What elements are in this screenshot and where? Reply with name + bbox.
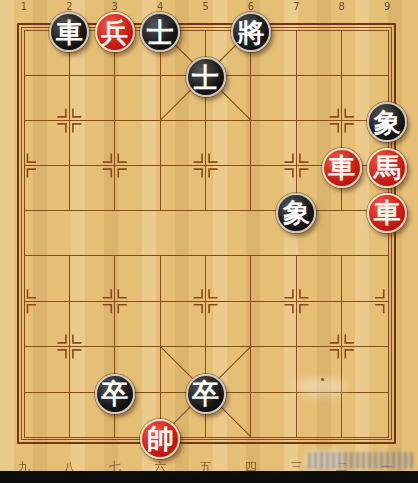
piece-red-chariot[interactable]: 車 [322, 148, 362, 188]
piece-black-elephant[interactable]: 象 [367, 102, 407, 142]
board-cell[interactable] [342, 347, 387, 392]
piece-black-advisor[interactable]: 士 [140, 12, 180, 52]
board-cell[interactable] [251, 121, 296, 166]
board-cell[interactable] [206, 166, 251, 211]
piece-black-elephant[interactable]: 象 [276, 193, 316, 233]
piece-black-general[interactable]: 將 [231, 12, 271, 52]
board-cell[interactable] [297, 393, 342, 437]
board-cell[interactable] [25, 166, 70, 211]
board-cell[interactable] [70, 256, 115, 301]
xiangqi-app: 123456789 九八七六五四三二一 車兵士將士象車馬象車卒卒帥 [0, 0, 418, 483]
board-cell[interactable] [342, 302, 387, 347]
board-cell[interactable] [161, 302, 206, 347]
smudge-dot [321, 378, 324, 381]
file-label-top-5: 5 [195, 1, 217, 12]
board-cell[interactable] [206, 121, 251, 166]
piece-black-soldier[interactable]: 卒 [95, 374, 135, 414]
board-cell[interactable] [342, 31, 387, 76]
board-cell[interactable] [115, 166, 160, 211]
board-cell[interactable] [161, 121, 206, 166]
board-cell[interactable] [251, 393, 296, 437]
board-cell[interactable] [25, 347, 70, 392]
river [25, 211, 388, 256]
board-cell[interactable] [25, 393, 70, 437]
bottom-black-bar [0, 471, 418, 483]
board-cell[interactable] [115, 302, 160, 347]
board-cell[interactable] [161, 256, 206, 301]
board-cell[interactable] [70, 302, 115, 347]
board-cell[interactable] [25, 256, 70, 301]
board-cell[interactable] [251, 256, 296, 301]
file-label-top-2: 2 [58, 1, 80, 12]
board-cell[interactable] [342, 256, 387, 301]
board-cell[interactable] [161, 166, 206, 211]
file-label-top-9: 9 [376, 1, 398, 12]
board-cell[interactable] [25, 76, 70, 121]
piece-black-advisor[interactable]: 士 [186, 57, 226, 97]
piece-red-chariot[interactable]: 車 [367, 193, 407, 233]
blurred-watermark [308, 452, 414, 469]
board-cell[interactable] [342, 393, 387, 437]
board-cell[interactable] [251, 76, 296, 121]
piece-red-soldier[interactable]: 兵 [95, 12, 135, 52]
board-cell[interactable] [115, 121, 160, 166]
board-cell[interactable] [251, 302, 296, 347]
board-cell[interactable] [297, 256, 342, 301]
file-label-top-8: 8 [331, 1, 353, 12]
file-label-top-1: 1 [13, 1, 35, 12]
board-cell[interactable] [115, 76, 160, 121]
piece-red-horse[interactable]: 馬 [367, 148, 407, 188]
board-cell[interactable] [70, 121, 115, 166]
file-label-top-4: 4 [149, 1, 171, 12]
board-cell[interactable] [25, 302, 70, 347]
file-label-top-3: 3 [104, 1, 126, 12]
board-cell[interactable] [70, 76, 115, 121]
piece-black-soldier[interactable]: 卒 [186, 374, 226, 414]
file-label-top-6: 6 [240, 1, 262, 12]
board-cell[interactable] [297, 302, 342, 347]
board-cell[interactable] [70, 166, 115, 211]
board-cell[interactable] [25, 121, 70, 166]
board-cell[interactable] [297, 31, 342, 76]
board-cell[interactable] [115, 256, 160, 301]
piece-red-general[interactable]: 帥 [140, 419, 180, 459]
board-cell[interactable] [206, 302, 251, 347]
board-cell[interactable] [297, 76, 342, 121]
board-cell[interactable] [251, 347, 296, 392]
file-label-top-7: 7 [285, 1, 307, 12]
board-cell[interactable] [206, 256, 251, 301]
